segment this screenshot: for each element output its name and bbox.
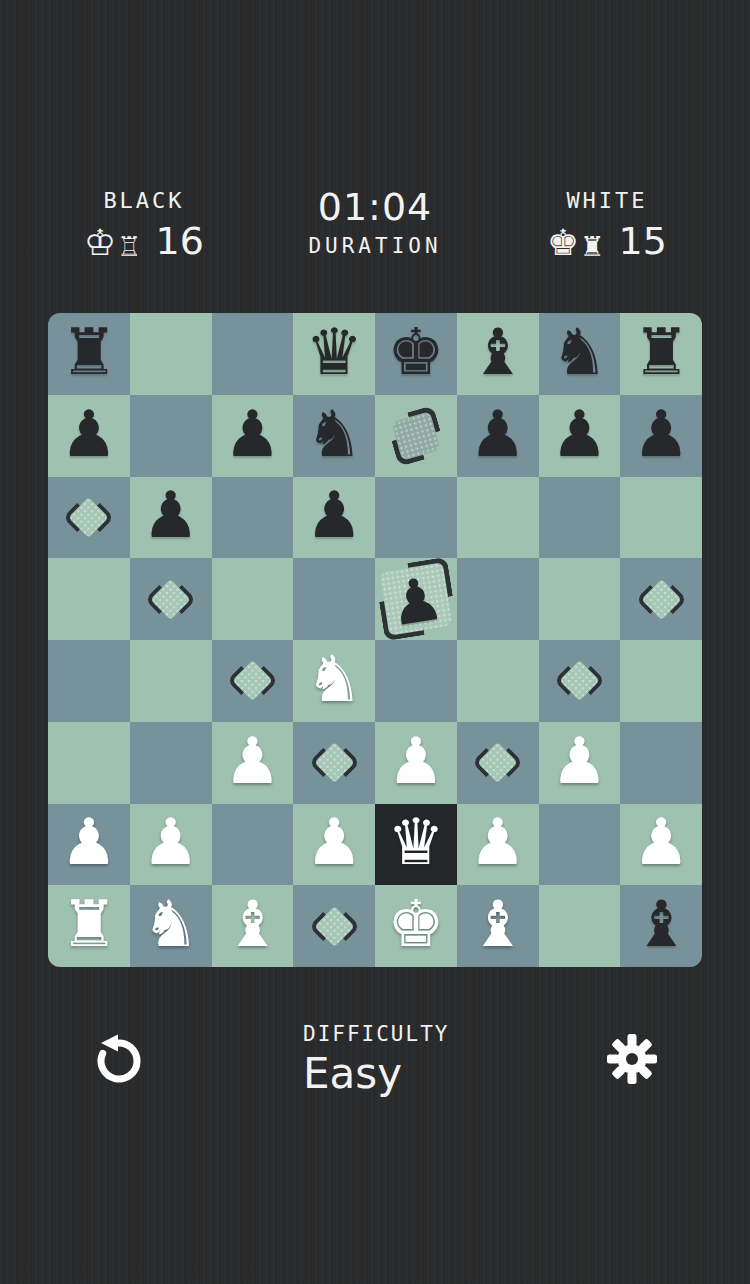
piece-wN-d4[interactable]: ♞ bbox=[305, 647, 362, 711]
piece-bP-a7[interactable]: ♟ bbox=[60, 402, 117, 466]
square-e1[interactable]: ♚ bbox=[375, 885, 457, 967]
square-a5[interactable] bbox=[48, 558, 130, 640]
piece-wB-f1[interactable]: ♝ bbox=[469, 892, 526, 956]
piece-bB-h1[interactable]: ♝ bbox=[632, 892, 689, 956]
square-g8[interactable]: ♞ bbox=[539, 313, 621, 395]
square-b3[interactable] bbox=[130, 722, 212, 804]
square-h1[interactable]: ♝ bbox=[620, 885, 702, 967]
square-a2[interactable]: ♟ bbox=[48, 804, 130, 886]
piece-wQ-e2[interactable]: ♛ bbox=[387, 810, 444, 874]
square-c7[interactable]: ♟ bbox=[212, 395, 294, 477]
square-a6[interactable] bbox=[48, 477, 130, 559]
square-e5[interactable]: ♟ bbox=[375, 558, 457, 640]
square-h4[interactable] bbox=[620, 640, 702, 722]
square-e7[interactable] bbox=[375, 395, 457, 477]
square-f4[interactable] bbox=[457, 640, 539, 722]
square-h8[interactable]: ♜ bbox=[620, 313, 702, 395]
move-hint-marker[interactable] bbox=[559, 660, 600, 701]
square-f5[interactable] bbox=[457, 558, 539, 640]
square-f6[interactable] bbox=[457, 477, 539, 559]
move-hint-marker[interactable] bbox=[314, 742, 355, 783]
square-g7[interactable]: ♟ bbox=[539, 395, 621, 477]
square-a3[interactable] bbox=[48, 722, 130, 804]
piece-bP-b6[interactable]: ♟ bbox=[142, 483, 199, 547]
square-a7[interactable]: ♟ bbox=[48, 395, 130, 477]
piece-bN-d7[interactable]: ♞ bbox=[305, 402, 362, 466]
piece-wN-b1[interactable]: ♞ bbox=[142, 892, 199, 956]
move-hint-marker[interactable] bbox=[150, 579, 191, 620]
square-g5[interactable] bbox=[539, 558, 621, 640]
square-c5[interactable] bbox=[212, 558, 294, 640]
square-b5[interactable] bbox=[130, 558, 212, 640]
piece-bP-h7[interactable]: ♟ bbox=[632, 402, 689, 466]
square-d4[interactable]: ♞ bbox=[293, 640, 375, 722]
square-h5[interactable] bbox=[620, 558, 702, 640]
square-d2[interactable]: ♟ bbox=[293, 804, 375, 886]
square-g4[interactable] bbox=[539, 640, 621, 722]
piece-wP-a2[interactable]: ♟ bbox=[60, 810, 117, 874]
square-d6[interactable]: ♟ bbox=[293, 477, 375, 559]
square-g2[interactable] bbox=[539, 804, 621, 886]
chess-app-screen: BLACK ♔ ♖ 16 01:04 DURATION WHITE ♚ ♜ 15… bbox=[0, 0, 750, 1284]
square-b1[interactable]: ♞ bbox=[130, 885, 212, 967]
square-d5[interactable] bbox=[293, 558, 375, 640]
square-b8[interactable] bbox=[130, 313, 212, 395]
square-f8[interactable]: ♝ bbox=[457, 313, 539, 395]
chess-board: ♜♛♚♝♞♜♟♟♞♟♟♟♟♟♟♞♟♟♟♟♟♟♛♟♟♜♞♝♚♝♝ bbox=[48, 313, 702, 967]
white-piece-count: 15 bbox=[619, 221, 667, 261]
move-hint-marker[interactable] bbox=[314, 906, 355, 947]
piece-bP-c7[interactable]: ♟ bbox=[224, 402, 281, 466]
gear-icon bbox=[606, 1072, 658, 1087]
white-rook-solid-icon: ♜ bbox=[580, 233, 604, 261]
square-e4[interactable] bbox=[375, 640, 457, 722]
piece-bR-h8[interactable]: ♜ bbox=[632, 320, 689, 384]
square-a8[interactable]: ♜ bbox=[48, 313, 130, 395]
piece-bR-a8[interactable]: ♜ bbox=[60, 320, 117, 384]
square-h7[interactable]: ♟ bbox=[620, 395, 702, 477]
square-g1[interactable] bbox=[539, 885, 621, 967]
square-f1[interactable]: ♝ bbox=[457, 885, 539, 967]
square-h6[interactable] bbox=[620, 477, 702, 559]
piece-bQ-d8[interactable]: ♛ bbox=[305, 320, 362, 384]
square-b6[interactable]: ♟ bbox=[130, 477, 212, 559]
square-e2[interactable]: ♛ bbox=[375, 804, 457, 886]
flipping-tile bbox=[391, 411, 440, 460]
piece-bP-f7[interactable]: ♟ bbox=[469, 402, 526, 466]
move-hint-marker[interactable] bbox=[68, 497, 109, 538]
white-pieces-icon: ♚ ♜ bbox=[547, 225, 605, 261]
square-g3[interactable]: ♟ bbox=[539, 722, 621, 804]
square-d3[interactable] bbox=[293, 722, 375, 804]
square-e3[interactable]: ♟ bbox=[375, 722, 457, 804]
square-g6[interactable] bbox=[539, 477, 621, 559]
piece-bB-f8[interactable]: ♝ bbox=[469, 320, 526, 384]
square-h3[interactable] bbox=[620, 722, 702, 804]
difficulty-value[interactable]: Easy bbox=[303, 1051, 449, 1097]
piece-wP-e3[interactable]: ♟ bbox=[387, 729, 444, 793]
square-a4[interactable] bbox=[48, 640, 130, 722]
square-c3[interactable]: ♟ bbox=[212, 722, 294, 804]
square-f7[interactable]: ♟ bbox=[457, 395, 539, 477]
square-b7[interactable] bbox=[130, 395, 212, 477]
square-c8[interactable] bbox=[212, 313, 294, 395]
square-c1[interactable]: ♝ bbox=[212, 885, 294, 967]
square-b2[interactable]: ♟ bbox=[130, 804, 212, 886]
difficulty-label: DIFFICULTY bbox=[303, 1022, 449, 1046]
piece-wP-d2[interactable]: ♟ bbox=[305, 810, 362, 874]
piece-wB-c1[interactable]: ♝ bbox=[224, 892, 281, 956]
piece-bP-g7[interactable]: ♟ bbox=[551, 402, 608, 466]
square-b4[interactable] bbox=[130, 640, 212, 722]
piece-wR-a1[interactable]: ♜ bbox=[60, 892, 117, 956]
move-hint-marker[interactable] bbox=[477, 742, 518, 783]
undo-button[interactable] bbox=[90, 1030, 146, 1086]
square-e6[interactable] bbox=[375, 477, 457, 559]
square-f2[interactable]: ♟ bbox=[457, 804, 539, 886]
flipping-tile: ♟ bbox=[379, 563, 452, 636]
square-e8[interactable]: ♚ bbox=[375, 313, 457, 395]
square-h2[interactable]: ♟ bbox=[620, 804, 702, 886]
piece-wP-c3[interactable]: ♟ bbox=[224, 729, 281, 793]
move-hint-marker[interactable] bbox=[641, 579, 682, 620]
white-player-label: WHITE bbox=[512, 188, 702, 213]
piece-wP-g3[interactable]: ♟ bbox=[551, 729, 608, 793]
square-f3[interactable] bbox=[457, 722, 539, 804]
piece-wP-h2[interactable]: ♟ bbox=[632, 810, 689, 874]
square-d8[interactable]: ♛ bbox=[293, 313, 375, 395]
move-hint-marker[interactable] bbox=[232, 660, 273, 701]
piece-wP-f2[interactable]: ♟ bbox=[469, 810, 526, 874]
piece-bP-d6[interactable]: ♟ bbox=[305, 483, 362, 547]
square-d7[interactable]: ♞ bbox=[293, 395, 375, 477]
square-c4[interactable] bbox=[212, 640, 294, 722]
white-player-panel: WHITE ♚ ♜ 15 bbox=[512, 188, 702, 261]
undo-rotate-left-icon bbox=[90, 1074, 146, 1089]
square-c6[interactable] bbox=[212, 477, 294, 559]
piece-bN-g8[interactable]: ♞ bbox=[551, 320, 608, 384]
piece-bK-e8[interactable]: ♚ bbox=[387, 320, 444, 384]
difficulty-selector[interactable]: DIFFICULTY Easy bbox=[303, 1022, 449, 1097]
white-king-solid-icon: ♚ bbox=[547, 225, 579, 261]
square-a1[interactable]: ♜ bbox=[48, 885, 130, 967]
settings-button[interactable] bbox=[606, 1032, 658, 1084]
square-d1[interactable] bbox=[293, 885, 375, 967]
square-c2[interactable] bbox=[212, 804, 294, 886]
piece-wK-e1[interactable]: ♚ bbox=[387, 892, 444, 956]
piece-wP-b2[interactable]: ♟ bbox=[142, 810, 199, 874]
piece-bP-e5[interactable]: ♟ bbox=[385, 567, 448, 635]
